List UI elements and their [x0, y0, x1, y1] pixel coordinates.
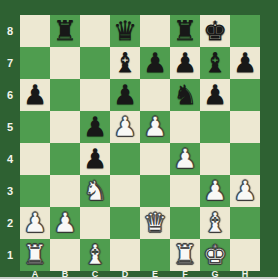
- square-a1[interactable]: ♜: [20, 239, 50, 271]
- square-b8[interactable]: ♜: [50, 15, 80, 47]
- square-d7[interactable]: ♝: [110, 47, 140, 79]
- square-b7[interactable]: [50, 47, 80, 79]
- square-e1[interactable]: [140, 239, 170, 271]
- square-d3[interactable]: [110, 175, 140, 207]
- square-a6[interactable]: ♟: [20, 79, 50, 111]
- piece-black-rook[interactable]: ♜: [53, 17, 77, 44]
- piece-white-bishop[interactable]: ♝: [83, 241, 107, 268]
- piece-black-queen[interactable]: ♛: [113, 17, 137, 44]
- piece-black-pawn[interactable]: ♟: [83, 113, 107, 140]
- square-c8[interactable]: [80, 15, 110, 47]
- piece-black-rook[interactable]: ♜: [173, 17, 197, 44]
- piece-white-queen[interactable]: ♛: [143, 209, 167, 236]
- square-g1[interactable]: ♚: [200, 239, 230, 271]
- piece-black-pawn[interactable]: ♟: [203, 81, 227, 108]
- piece-black-pawn[interactable]: ♟: [83, 145, 107, 172]
- square-c5[interactable]: ♟: [80, 111, 110, 143]
- square-d1[interactable]: [110, 239, 140, 271]
- piece-white-pawn[interactable]: ♟: [143, 113, 167, 140]
- square-a2[interactable]: ♟: [20, 207, 50, 239]
- square-h6[interactable]: [230, 79, 260, 111]
- square-e2[interactable]: ♛: [140, 207, 170, 239]
- square-f7[interactable]: ♟: [170, 47, 200, 79]
- square-h4[interactable]: [230, 143, 260, 175]
- rank-label-3: 3: [0, 175, 20, 207]
- square-f5[interactable]: [170, 111, 200, 143]
- square-g2[interactable]: ♝: [200, 207, 230, 239]
- piece-white-pawn[interactable]: ♟: [23, 209, 47, 236]
- square-b2[interactable]: ♟: [50, 207, 80, 239]
- square-d8[interactable]: ♛: [110, 15, 140, 47]
- square-g6[interactable]: ♟: [200, 79, 230, 111]
- piece-black-knight[interactable]: ♞: [173, 81, 197, 108]
- square-h3[interactable]: ♟: [230, 175, 260, 207]
- piece-white-bishop[interactable]: ♝: [203, 209, 227, 236]
- square-f2[interactable]: [170, 207, 200, 239]
- rank-label-4: 4: [0, 143, 20, 175]
- piece-black-pawn[interactable]: ♟: [23, 81, 47, 108]
- square-f6[interactable]: ♞: [170, 79, 200, 111]
- square-a4[interactable]: [20, 143, 50, 175]
- square-g3[interactable]: ♟: [200, 175, 230, 207]
- rank-label-8: 8: [0, 15, 20, 47]
- square-e6[interactable]: [140, 79, 170, 111]
- piece-black-bishop[interactable]: ♝: [113, 49, 137, 76]
- square-e7[interactable]: ♟: [140, 47, 170, 79]
- square-e8[interactable]: [140, 15, 170, 47]
- chess-board-widget: 87654321 ♜♛♜♚♝♟♟♝♟♟♟♞♟♟♟♟♟♟♞♟♟♟♟♛♝♜♝♜♚ A…: [0, 0, 278, 279]
- piece-white-rook[interactable]: ♜: [173, 241, 197, 268]
- square-g7[interactable]: ♝: [200, 47, 230, 79]
- square-h8[interactable]: [230, 15, 260, 47]
- rank-label-1: 1: [0, 239, 20, 271]
- square-h5[interactable]: [230, 111, 260, 143]
- square-h7[interactable]: ♟: [230, 47, 260, 79]
- square-d5[interactable]: ♟: [110, 111, 140, 143]
- square-b5[interactable]: [50, 111, 80, 143]
- piece-white-rook[interactable]: ♜: [23, 241, 47, 268]
- square-c7[interactable]: [80, 47, 110, 79]
- square-a5[interactable]: [20, 111, 50, 143]
- square-e3[interactable]: [140, 175, 170, 207]
- square-b3[interactable]: [50, 175, 80, 207]
- piece-black-bishop[interactable]: ♝: [203, 49, 227, 76]
- rank-label-6: 6: [0, 79, 20, 111]
- square-d4[interactable]: [110, 143, 140, 175]
- rank-label-5: 5: [0, 111, 20, 143]
- square-f3[interactable]: [170, 175, 200, 207]
- piece-white-pawn[interactable]: ♟: [233, 177, 257, 204]
- piece-white-pawn[interactable]: ♟: [203, 177, 227, 204]
- square-c1[interactable]: ♝: [80, 239, 110, 271]
- square-e5[interactable]: ♟: [140, 111, 170, 143]
- piece-white-king[interactable]: ♚: [203, 241, 227, 268]
- piece-black-pawn[interactable]: ♟: [143, 49, 167, 76]
- square-c2[interactable]: [80, 207, 110, 239]
- rank-label-7: 7: [0, 47, 20, 79]
- square-b1[interactable]: [50, 239, 80, 271]
- square-h2[interactable]: [230, 207, 260, 239]
- piece-white-pawn[interactable]: ♟: [113, 113, 137, 140]
- square-c4[interactable]: ♟: [80, 143, 110, 175]
- rank-labels: 87654321: [0, 15, 20, 271]
- square-d2[interactable]: [110, 207, 140, 239]
- rank-label-2: 2: [0, 207, 20, 239]
- piece-white-pawn[interactable]: ♟: [173, 145, 197, 172]
- square-g5[interactable]: [200, 111, 230, 143]
- square-g4[interactable]: [200, 143, 230, 175]
- piece-black-king[interactable]: ♚: [203, 17, 227, 44]
- square-h1[interactable]: [230, 239, 260, 271]
- square-e4[interactable]: [140, 143, 170, 175]
- piece-white-knight[interactable]: ♞: [83, 177, 107, 204]
- square-g8[interactable]: ♚: [200, 15, 230, 47]
- piece-black-pawn[interactable]: ♟: [233, 49, 257, 76]
- piece-black-pawn[interactable]: ♟: [173, 49, 197, 76]
- square-d6[interactable]: ♟: [110, 79, 140, 111]
- chess-board[interactable]: ♜♛♜♚♝♟♟♝♟♟♟♞♟♟♟♟♟♟♞♟♟♟♟♛♝♜♝♜♚: [20, 15, 260, 271]
- square-a3[interactable]: [20, 175, 50, 207]
- piece-white-pawn[interactable]: ♟: [53, 209, 77, 236]
- square-b4[interactable]: [50, 143, 80, 175]
- square-f4[interactable]: ♟: [170, 143, 200, 175]
- square-f8[interactable]: ♜: [170, 15, 200, 47]
- square-c6[interactable]: [80, 79, 110, 111]
- square-b6[interactable]: [50, 79, 80, 111]
- square-a7[interactable]: [20, 47, 50, 79]
- piece-black-pawn[interactable]: ♟: [113, 81, 137, 108]
- square-f1[interactable]: ♜: [170, 239, 200, 271]
- square-a8[interactable]: [20, 15, 50, 47]
- square-c3[interactable]: ♞: [80, 175, 110, 207]
